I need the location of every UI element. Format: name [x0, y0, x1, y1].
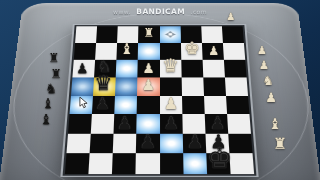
- square-r5c4[interactable]: [137, 95, 159, 114]
- square-r3c1[interactable]: [72, 59, 95, 77]
- watermark-suffix: .com: [191, 8, 207, 15]
- square-r6c3[interactable]: [114, 114, 137, 133]
- square-r7c4[interactable]: [136, 133, 159, 153]
- square-r2c8[interactable]: [223, 42, 245, 59]
- square-r5c8[interactable]: [226, 95, 250, 114]
- square-r4c8[interactable]: [225, 77, 248, 95]
- square-r4c6[interactable]: [181, 77, 203, 95]
- square-r5c1[interactable]: [70, 95, 94, 114]
- square-r4c2[interactable]: [93, 77, 116, 95]
- square-r2c7[interactable]: [202, 42, 224, 59]
- square-r1c7[interactable]: [201, 26, 223, 42]
- square-r2c4[interactable]: [138, 42, 159, 59]
- square-r1c1[interactable]: [75, 26, 97, 42]
- square-r3c8[interactable]: [224, 59, 247, 77]
- square-r1c4[interactable]: [138, 26, 159, 42]
- square-r3c2[interactable]: [94, 59, 116, 77]
- square-r6c1[interactable]: [68, 114, 92, 133]
- square-r4c3[interactable]: [115, 77, 137, 95]
- square-r8c3[interactable]: [112, 153, 136, 174]
- square-r3c4[interactable]: [138, 59, 160, 77]
- square-r3c3[interactable]: [116, 59, 138, 77]
- square-r2c3[interactable]: [117, 42, 139, 59]
- square-r5c2[interactable]: [92, 95, 115, 114]
- square-r4c5[interactable]: [160, 77, 182, 95]
- square-r1c8[interactable]: [222, 26, 244, 42]
- square-r5c5[interactable]: [160, 95, 182, 114]
- square-r1c2[interactable]: [96, 26, 118, 42]
- square-r7c7[interactable]: [205, 133, 229, 153]
- square-r8c4[interactable]: [136, 153, 160, 174]
- square-r6c2[interactable]: [91, 114, 115, 133]
- square-r7c3[interactable]: [113, 133, 137, 153]
- move-arrows-icon: [164, 30, 176, 37]
- square-r8c2[interactable]: [89, 153, 113, 174]
- square-r8c8[interactable]: [229, 153, 254, 174]
- square-r7c2[interactable]: [90, 133, 114, 153]
- square-r5c3[interactable]: [115, 95, 138, 114]
- square-r4c1[interactable]: [71, 77, 94, 95]
- square-r8c7[interactable]: [206, 153, 230, 174]
- square-r1c5[interactable]: [160, 26, 181, 42]
- square-r2c2[interactable]: [95, 42, 117, 59]
- watermark-prefix: www.: [113, 8, 131, 15]
- square-r3c6[interactable]: [181, 59, 203, 77]
- square-r6c4[interactable]: [137, 114, 160, 133]
- square-r8c5[interactable]: [160, 153, 184, 174]
- square-r4c7[interactable]: [203, 77, 226, 95]
- chess-board: [63, 25, 257, 175]
- square-r6c8[interactable]: [227, 114, 251, 133]
- square-r7c1[interactable]: [66, 133, 90, 153]
- square-r1c3[interactable]: [117, 26, 138, 42]
- square-r2c1[interactable]: [74, 42, 96, 59]
- watermark-brand: BANDICAM: [136, 7, 185, 16]
- square-r3c5[interactable]: [160, 59, 182, 77]
- square-r8c6[interactable]: [183, 153, 207, 174]
- game-scene: ♜♝♚♟♟♛♟♟♟♞♛♟♟♟♟♟♟♟♚♜♜♞♝♝♟♟♟♞♟♝♜ www. BAN…: [0, 0, 320, 180]
- square-r2c6[interactable]: [181, 42, 203, 59]
- square-r1c6[interactable]: [180, 26, 201, 42]
- square-r7c5[interactable]: [160, 133, 183, 153]
- square-r6c5[interactable]: [160, 114, 183, 133]
- square-r7c8[interactable]: [228, 133, 252, 153]
- square-r6c7[interactable]: [204, 114, 228, 133]
- square-r3c7[interactable]: [202, 59, 224, 77]
- square-r7c6[interactable]: [182, 133, 206, 153]
- bandicam-watermark: www. BANDICAM .com: [0, 1, 320, 20]
- square-r2c5[interactable]: [160, 42, 181, 59]
- square-r4c4[interactable]: [137, 77, 159, 95]
- square-r5c7[interactable]: [204, 95, 227, 114]
- square-r6c6[interactable]: [182, 114, 205, 133]
- square-r8c1[interactable]: [65, 153, 90, 174]
- square-r5c6[interactable]: [182, 95, 205, 114]
